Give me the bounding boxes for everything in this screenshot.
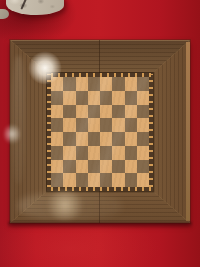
square-h4 — [137, 132, 149, 146]
square-g2 — [125, 160, 137, 174]
square-f7 — [112, 91, 124, 105]
square-h2 — [137, 160, 149, 174]
square-f6 — [112, 105, 124, 119]
square-b7 — [63, 91, 75, 105]
square-c7 — [76, 91, 88, 105]
square-d5 — [88, 118, 100, 132]
square-a5 — [51, 118, 63, 132]
square-a6 — [51, 105, 63, 119]
square-e6 — [100, 105, 112, 119]
square-e7 — [100, 91, 112, 105]
square-c4 — [76, 132, 88, 146]
square-g1 — [125, 173, 137, 187]
square-e1 — [100, 173, 112, 187]
square-f2 — [112, 160, 124, 174]
square-d1 — [88, 173, 100, 187]
inlay-border — [47, 73, 153, 191]
board-grid — [51, 77, 149, 187]
square-c2 — [76, 160, 88, 174]
square-d7 — [88, 91, 100, 105]
square-d3 — [88, 146, 100, 160]
square-d8 — [88, 77, 100, 91]
square-h6 — [137, 105, 149, 119]
square-f8 — [112, 77, 124, 91]
chess-board — [10, 40, 190, 223]
inlay-dots-right — [149, 74, 153, 190]
square-d4 — [88, 132, 100, 146]
sheen-bottom-rail — [18, 193, 122, 219]
photo-background — [0, 0, 200, 267]
square-e3 — [100, 146, 112, 160]
square-a3 — [51, 146, 63, 160]
square-g5 — [125, 118, 137, 132]
square-b1 — [63, 173, 75, 187]
square-d6 — [88, 105, 100, 119]
square-b5 — [63, 118, 75, 132]
square-g8 — [125, 77, 137, 91]
square-f1 — [112, 173, 124, 187]
square-g6 — [125, 105, 137, 119]
gray-stone-fragment — [0, 9, 9, 19]
glare-highlight-top-left — [28, 51, 62, 85]
square-h7 — [137, 91, 149, 105]
square-c5 — [76, 118, 88, 132]
square-g7 — [125, 91, 137, 105]
square-g3 — [125, 146, 137, 160]
square-b3 — [63, 146, 75, 160]
square-h5 — [137, 118, 149, 132]
square-c6 — [76, 105, 88, 119]
sheen-left-rail — [12, 56, 25, 184]
square-d2 — [88, 160, 100, 174]
square-b8 — [63, 77, 75, 91]
square-a1 — [51, 173, 63, 187]
square-c8 — [76, 77, 88, 91]
gray-stone-object — [6, 0, 64, 15]
square-e2 — [100, 160, 112, 174]
square-h3 — [137, 146, 149, 160]
square-h1 — [137, 173, 149, 187]
square-a2 — [51, 160, 63, 174]
square-g4 — [125, 132, 137, 146]
square-c3 — [76, 146, 88, 160]
fold-seam-top — [99, 40, 100, 73]
square-b6 — [63, 105, 75, 119]
square-f3 — [112, 146, 124, 160]
square-c1 — [76, 173, 88, 187]
square-a7 — [51, 91, 63, 105]
square-b2 — [63, 160, 75, 174]
square-a4 — [51, 132, 63, 146]
board-cast-shadow — [8, 222, 192, 228]
board-side-edge — [186, 42, 190, 221]
square-h8 — [137, 77, 149, 91]
square-e5 — [100, 118, 112, 132]
square-f4 — [112, 132, 124, 146]
square-b4 — [63, 132, 75, 146]
square-e4 — [100, 132, 112, 146]
square-f5 — [112, 118, 124, 132]
square-e8 — [100, 77, 112, 91]
